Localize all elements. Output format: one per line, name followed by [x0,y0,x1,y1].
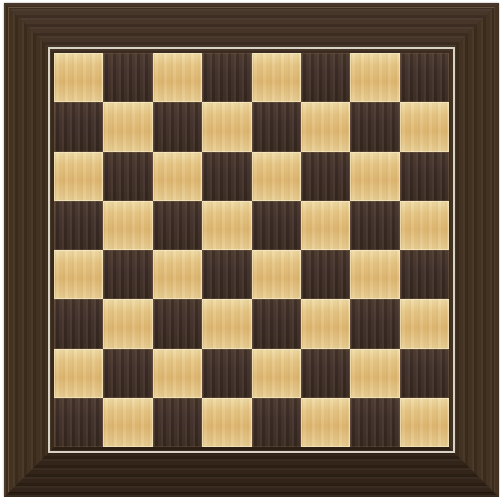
square-e2[interactable] [252,349,301,398]
square-e8[interactable] [252,53,301,102]
square-d5[interactable] [202,201,251,250]
square-a2[interactable] [54,349,103,398]
square-g8[interactable] [350,53,399,102]
square-h3[interactable] [400,299,449,348]
square-e6[interactable] [252,152,301,201]
square-c7[interactable] [153,102,202,151]
square-c2[interactable] [153,349,202,398]
square-h7[interactable] [400,102,449,151]
square-a5[interactable] [54,201,103,250]
square-f1[interactable] [301,398,350,447]
square-e1[interactable] [252,398,301,447]
square-g4[interactable] [350,250,399,299]
square-f4[interactable] [301,250,350,299]
square-b4[interactable] [103,250,152,299]
square-b8[interactable] [103,53,152,102]
square-a6[interactable] [54,152,103,201]
square-e5[interactable] [252,201,301,250]
square-b5[interactable] [103,201,152,250]
square-c5[interactable] [153,201,202,250]
square-e3[interactable] [252,299,301,348]
square-a3[interactable] [54,299,103,348]
square-e4[interactable] [252,250,301,299]
square-h4[interactable] [400,250,449,299]
board-grid [54,53,449,447]
square-d4[interactable] [202,250,251,299]
square-a1[interactable] [54,398,103,447]
photo-background [0,0,500,497]
square-h8[interactable] [400,53,449,102]
square-d8[interactable] [202,53,251,102]
square-a8[interactable] [54,53,103,102]
square-a4[interactable] [54,250,103,299]
square-c1[interactable] [153,398,202,447]
square-d1[interactable] [202,398,251,447]
square-c8[interactable] [153,53,202,102]
square-g3[interactable] [350,299,399,348]
square-f5[interactable] [301,201,350,250]
square-g2[interactable] [350,349,399,398]
square-b2[interactable] [103,349,152,398]
chessboard [4,3,499,497]
square-g6[interactable] [350,152,399,201]
square-b1[interactable] [103,398,152,447]
square-h2[interactable] [400,349,449,398]
square-g1[interactable] [350,398,399,447]
square-h1[interactable] [400,398,449,447]
square-b7[interactable] [103,102,152,151]
square-c3[interactable] [153,299,202,348]
square-f8[interactable] [301,53,350,102]
square-b3[interactable] [103,299,152,348]
square-d3[interactable] [202,299,251,348]
square-f3[interactable] [301,299,350,348]
square-f2[interactable] [301,349,350,398]
square-b6[interactable] [103,152,152,201]
square-f7[interactable] [301,102,350,151]
square-a7[interactable] [54,102,103,151]
square-d6[interactable] [202,152,251,201]
square-d2[interactable] [202,349,251,398]
square-e7[interactable] [252,102,301,151]
square-h6[interactable] [400,152,449,201]
square-c4[interactable] [153,250,202,299]
square-d7[interactable] [202,102,251,151]
square-h5[interactable] [400,201,449,250]
square-c6[interactable] [153,152,202,201]
square-f6[interactable] [301,152,350,201]
square-g5[interactable] [350,201,399,250]
square-g7[interactable] [350,102,399,151]
